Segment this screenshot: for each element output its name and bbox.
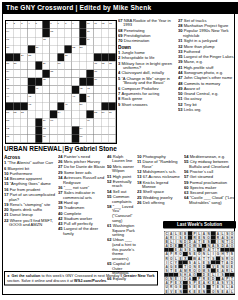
grid-cell (28, 135, 35, 143)
cell-number: 31 (94, 61, 97, 64)
cell-number: 11 (94, 21, 97, 24)
grid-cell: 55 (94, 110, 101, 118)
grid-cell: 23 (79, 45, 86, 53)
clue-across-19: 19 Reno’s “stomping” site (4, 202, 56, 207)
grid-cell: 33 (109, 62, 116, 70)
solution-grid-wrap: CALEBPLANALSOARISERENORASHBLINDDATESINTO… (164, 231, 235, 294)
grid-cell: 39 (94, 78, 101, 86)
cell-number: 45 (28, 94, 31, 97)
cell-number: 51 (6, 110, 9, 113)
grid-cell (101, 29, 108, 37)
clue-across-55: 55 Common complaints (107, 194, 136, 203)
grid-cell: 56 (101, 110, 108, 118)
grid-cell: 61 (87, 119, 94, 127)
page-title: The GNY Crossword | Edited by Mike Shenk (2, 2, 238, 14)
clue-across-46: 46 Ralph Lauren line (107, 154, 136, 163)
cell-number: 40 (6, 86, 9, 89)
black-cell (35, 135, 42, 143)
clue-across-22: 22 Where you’ll find MSFT, GOOG and AMZN (4, 218, 56, 227)
cell-number: 27 (6, 61, 9, 64)
grid-cell (28, 62, 35, 70)
grid-cell (109, 127, 116, 135)
clue-across-17: 17 Part of an uncomplicated plan? (4, 192, 56, 201)
cell-number: 10 (87, 21, 90, 24)
grid-cell (35, 110, 42, 118)
cell-number: 13 (109, 21, 112, 24)
grid-cell (57, 127, 64, 135)
cell-number: 57 (109, 110, 112, 113)
clue-down-48: 48 Commits to memory (178, 81, 236, 86)
grid-cell (50, 86, 57, 94)
grid-cell (109, 70, 116, 78)
clue-down-23: 23 Shelf space (137, 190, 182, 195)
clue-down-11: 11 Diane of “Rambling Rose” (137, 159, 182, 168)
grid-cell (109, 86, 116, 94)
cell-number: 64 (80, 126, 83, 129)
clue-across-39: 39 Tradesmen (58, 206, 105, 211)
cell-number: 28 (14, 61, 17, 64)
grid-cell (87, 127, 94, 135)
cell-number: 43 (87, 86, 90, 89)
clue-across-14: 14 Become apparent (4, 176, 56, 181)
clue-across-37: 37 Sales indicator in commercial arts (58, 190, 105, 199)
solution-header: Last Week's Solution (163, 221, 236, 229)
cell-number: 16 (87, 29, 90, 32)
grid-cell: 52 (13, 110, 20, 118)
clue-down-18: 18 Knicks legend Monroe (137, 180, 182, 189)
cell-number: 26 (65, 53, 68, 56)
cell-number: 58 (6, 118, 9, 121)
clue-across-15: 15 “Anything Goes” dame (4, 182, 56, 187)
grid-cell (13, 78, 20, 86)
grid-cell (72, 102, 79, 110)
grid-cell: 29 (43, 62, 50, 70)
cell-number: 21 (36, 45, 39, 48)
grid-cell (13, 127, 20, 135)
cell-number: 53 (21, 110, 24, 113)
grid-cell (65, 78, 72, 86)
black-cell (72, 135, 79, 143)
cell-number: 15 (50, 29, 53, 32)
cell-number: 36 (94, 70, 97, 73)
cell-number: 32 (102, 61, 105, 64)
cell-number: 60 (50, 118, 53, 121)
cell-number: 48 (28, 102, 31, 105)
grid-cell (28, 127, 35, 135)
cell-number: 3 (21, 21, 22, 24)
grid-cell (72, 29, 79, 37)
clue-down-39: 39 Mane, e.g. (178, 60, 236, 65)
cell-number: 42 (80, 86, 83, 89)
grid-cell (43, 86, 50, 94)
clue-down-53: 53 Links org. (178, 107, 236, 112)
grid-cell (50, 45, 57, 53)
clue-down-41: 41 High-profile stuff (178, 65, 236, 70)
clue-down-4: 4 Clairvoyant doll, initially (118, 71, 177, 76)
grid-cell (65, 70, 72, 78)
grid-cell: 20 (6, 45, 13, 53)
black-cell (79, 29, 86, 37)
grid-cell (28, 70, 35, 78)
grid-cell (50, 102, 57, 110)
clue-list-header: Down (118, 44, 177, 50)
grid-cell (87, 45, 94, 53)
clue-across-54: 54 Sell out (107, 189, 136, 194)
footer-text: . (106, 278, 107, 283)
grid-cell (57, 70, 64, 78)
grid-cell (101, 127, 108, 135)
clue-down-56: 56 Proctor’s call (184, 169, 236, 174)
grid-cell (35, 70, 42, 78)
grid-cell (13, 86, 20, 94)
grid-cell (28, 119, 35, 127)
grid-cell (109, 78, 116, 86)
grid-cell (21, 127, 28, 135)
clue-across-21: 21 Donut lineup (4, 213, 56, 218)
grid-cell (35, 54, 42, 62)
clue-across-26: 26 Mets pitcher Harvey (58, 159, 105, 164)
black-cell (35, 62, 42, 70)
grid-cell (65, 86, 72, 94)
cell-number: 20 (6, 45, 9, 48)
cell-number: 62 (6, 126, 9, 129)
clue-down-32: 32 More than plump (178, 44, 236, 49)
clue-across-42: 42 Stadium worker (58, 216, 105, 221)
cell-number: 30 (58, 61, 61, 64)
grid-cell (109, 37, 116, 45)
grid-cell (21, 119, 28, 127)
cell-number: 46 (72, 94, 75, 97)
footer-wrap: ► Get the solution to this week’s GNY Cr… (4, 271, 158, 295)
solution-grid: CALEBPLANALSOARISERENORASHBLINDDATESINTO… (164, 231, 235, 294)
black-cell (79, 21, 86, 29)
clue-across-67: 67 NBA Rookie of the Year in 1993 (118, 18, 177, 27)
grid-cell (87, 54, 94, 62)
grid-cell: 7 (57, 21, 64, 29)
grid-cell (101, 45, 108, 53)
cell-number: 55 (94, 110, 97, 113)
clue-across-61: 61 Washington Square Park setting (107, 223, 136, 237)
grid-cell (109, 94, 116, 102)
clue-across-70: 70 Discrimination (118, 38, 177, 43)
grid-cell (94, 119, 101, 127)
grid-cell (50, 135, 57, 143)
clue-across-34: 34 Actresses Russell and Redgrave (58, 175, 105, 184)
grid-cell: 15 (50, 29, 57, 37)
footer-note: ► Get the solution to this week’s GNY Cr… (4, 271, 158, 285)
grid-cell: 26 (65, 54, 72, 62)
grid-cell (43, 45, 50, 53)
grid-cell (13, 119, 20, 127)
grid-cell (57, 135, 64, 143)
footer-text: Greater New York (123, 274, 155, 279)
grid-cell (65, 37, 72, 45)
cell-number: 49 (65, 102, 68, 105)
grid-cell: 21 (35, 45, 42, 53)
grid-cell: 9 (72, 21, 79, 29)
grid-cell (13, 135, 20, 143)
grid-cell: 35 (50, 70, 57, 78)
grid-cell: 42 (79, 86, 86, 94)
grid-cell (57, 45, 64, 53)
grid-cell (35, 102, 42, 110)
clue-down-35: 35 Largest of the Finger Lakes (178, 54, 236, 59)
clue-across-6: 6 Blueprint bit (4, 166, 56, 171)
clue-down-2: 2 Inhospitable to life (118, 56, 177, 61)
clue-down-30: 30 Popular 1990s New York nightclub (178, 29, 236, 38)
clue-list-header: Across (4, 154, 56, 160)
cell-number: 17 (6, 37, 9, 40)
puzzle-byline: By Gabriel Stone (64, 145, 116, 153)
grid-cell (57, 94, 64, 102)
grid-cell: 54 (57, 110, 64, 118)
clue-across-45: 45 Largest of the deer family (58, 227, 105, 236)
cell-number: 56 (102, 110, 105, 113)
grid-cell: 19 (87, 37, 94, 45)
grid-cell: 48 (28, 102, 35, 110)
clue-across-27: 27 Do for Dante de Blasio (58, 165, 105, 170)
crossword-grid: 1234567891011121314151617181920212223242… (5, 20, 117, 144)
grid-cell (43, 94, 50, 102)
clue-down-59: 59 Formal proclamation (184, 180, 236, 185)
grid-cell (65, 127, 72, 135)
grid-cell: 57 (109, 110, 116, 118)
grid-cell: 22 (72, 45, 79, 53)
grid-cell (21, 86, 28, 94)
clue-down-12: 12 Midshipmen’s sch. (137, 169, 182, 174)
grid-cell (94, 37, 101, 45)
grid-cell (13, 70, 20, 78)
cell-number: 5 (36, 21, 37, 24)
cell-number: 37 (6, 78, 9, 81)
clue-down-47: 47 John Clayton’s other name (178, 75, 236, 80)
grid-cell: 60 (50, 119, 57, 127)
solution-letter-cell: L (230, 289, 235, 293)
solution-header-wrap: Last Week's Solution (163, 221, 236, 229)
grid-cell (109, 135, 116, 143)
grid-cell: 2 (13, 21, 20, 29)
grid-cell (101, 70, 108, 78)
grid-cell (50, 54, 57, 62)
grid-cell (65, 110, 72, 118)
clue-down-7: 7 Arguments for acting (118, 91, 177, 96)
grid-cell (13, 94, 20, 102)
clue-across-58: 58 “___ Loved You” (“Carousel” song) (107, 204, 136, 222)
grid-cell: 32 (101, 62, 108, 70)
clue-down-25: 25 Wedding jewelry (137, 195, 182, 200)
cell-number: 9 (72, 21, 73, 24)
grid-cell (28, 110, 35, 118)
cell-number: 24 (21, 53, 24, 56)
grid-cell: 65 (6, 135, 13, 143)
grid-cell (94, 127, 101, 135)
cell-number: 38 (43, 78, 46, 81)
footer-text: section. Solve it online and discuss it … (7, 278, 74, 283)
cell-number: 39 (94, 78, 97, 81)
grid-cell (13, 29, 20, 37)
cell-number: 29 (43, 61, 46, 64)
grid-cell (87, 135, 94, 143)
clue-down-3: 3 Military force in bright green uniform… (118, 61, 177, 70)
cell-number: 47 (87, 94, 90, 97)
grid-cell (28, 37, 35, 45)
grid-cell (101, 78, 108, 86)
clue-down-28: 28 Manhattan Project figure (178, 23, 236, 28)
grid-cell (72, 70, 79, 78)
cell-number: 22 (72, 45, 75, 48)
grid-cell: 30 (57, 62, 64, 70)
clue-down-27: 27 Set of tracks (178, 18, 236, 23)
grid-cell: 4 (28, 21, 35, 29)
cell-number: 18 (43, 37, 46, 40)
grid-cell (101, 119, 108, 127)
grid-cell (79, 62, 86, 70)
clue-down-60: 60 Spectra maker (184, 185, 236, 190)
black-cell (72, 127, 79, 135)
grid-cell: 28 (13, 62, 20, 70)
cell-number: 1 (6, 21, 7, 24)
grid-cell: 13 (109, 21, 116, 29)
cell-number: 12 (102, 21, 105, 24)
grid-cell (57, 37, 64, 45)
clue-across-24: 24 Painter’s need (58, 154, 105, 159)
cell-number: 67 (80, 135, 83, 138)
grid-cell (79, 54, 86, 62)
grid-cell (101, 94, 108, 102)
grid-cell: 12 (101, 21, 108, 29)
cell-number: 52 (14, 110, 17, 113)
black-cell (35, 119, 42, 127)
grid-cell (50, 94, 57, 102)
grid-cell (21, 62, 28, 70)
cell-number: 2 (14, 21, 15, 24)
clue-down-8: 8 Rock genre (118, 96, 177, 101)
grid-cell (72, 62, 79, 70)
cell-number: 66 (43, 135, 46, 138)
grid-cell (35, 94, 42, 102)
grid-cell: 50 (79, 102, 86, 110)
grid-cell (43, 102, 50, 110)
cell-number: 25 (28, 53, 31, 56)
clue-across-20: 20 Sports drink suffix (4, 207, 56, 212)
grid-cell: 49 (65, 102, 72, 110)
cell-number: 35 (50, 70, 53, 73)
grid-cell (109, 119, 116, 127)
grid-cell: 47 (87, 94, 94, 102)
clue-down-33: 33 Fathered (178, 49, 236, 54)
cell-number: 65 (6, 135, 9, 138)
grid-cell (101, 135, 108, 143)
cell-number: 61 (87, 118, 90, 121)
clue-across-36: 36 “___ not sure” (58, 185, 105, 190)
clue-down-52: 52 Tiny bit (178, 102, 236, 107)
clue-down-54: 54 Mediterranean, e.g. (184, 154, 236, 159)
grid-cell (21, 29, 28, 37)
clue-across-10: 10 Furthermore (4, 171, 56, 176)
cell-number: 54 (58, 110, 61, 113)
grid-cell: 38 (43, 78, 50, 86)
clue-down-13: 13 67-Across nickname (137, 174, 182, 179)
clue-down-63: 63 Second person (184, 190, 236, 195)
black-cell (28, 78, 35, 86)
grid-cell (65, 62, 72, 70)
clue-across-16: 16 Far from prudent (4, 187, 56, 192)
grid-cell (57, 78, 64, 86)
grid-cell (21, 37, 28, 45)
clue-across-50: 50 Mets owner Wilpon (107, 164, 136, 173)
grid-cell (72, 110, 79, 118)
grid-cell (87, 102, 94, 110)
clue-down-64: 64 “Castle ___ Cloud” (“Les Misérables” … (184, 196, 236, 205)
cell-number: 33 (109, 61, 112, 64)
clue-down-55: 55 City midway between Buffalo and Cleve… (184, 159, 236, 168)
grid-cell: 25 (28, 54, 35, 62)
grid-cell (79, 110, 86, 118)
grid-cell (21, 70, 28, 78)
clue-across-68: 68 Penetrating (118, 28, 177, 33)
cell-number: 6 (50, 21, 51, 24)
cell-number: 34 (6, 70, 9, 73)
grid-cell (109, 29, 116, 37)
grid-cell (94, 86, 101, 94)
grid-cell: 67 (79, 135, 86, 143)
clue-down-1: 1 Jungle home (118, 50, 177, 55)
clue-down-6: 6 Composer Prokofiev (118, 86, 177, 91)
grid-cell (28, 29, 35, 37)
grid-cell (57, 86, 64, 94)
cell-number: 41 (36, 86, 39, 89)
grid-cell: 5 (35, 21, 42, 29)
grid-cell: 8 (65, 21, 72, 29)
grid-cell (50, 37, 57, 45)
grid-cell (21, 94, 28, 102)
clue-down-51: 51 Go astray (178, 97, 236, 102)
clue-across-51: 51 High point (107, 174, 136, 179)
grid-cell: 66 (43, 135, 50, 143)
grid-cell (72, 54, 79, 62)
clue-across-1: 1 “The Alienist” author Carr (4, 161, 56, 166)
clue-across-52: 52 Eventually reach (107, 179, 136, 188)
grid-cell: 3 (21, 21, 28, 29)
grid-cell (94, 45, 101, 53)
cell-number: 44 (6, 94, 9, 97)
grid-cell: 44 (6, 94, 13, 102)
grid-cell (57, 29, 64, 37)
clue-down-26: 26 Deli offering (137, 200, 182, 205)
cell-number: 8 (65, 21, 66, 24)
grid-cell (79, 70, 86, 78)
page: The GNY Crossword | Edited by Mike Shenk… (2, 2, 235, 295)
grid-cell: 11 (94, 21, 101, 29)
cell-number: 23 (80, 45, 83, 48)
grid-cell (87, 62, 94, 70)
cell-number: 50 (80, 102, 83, 105)
grid-cell (72, 78, 79, 86)
grid-cell (94, 135, 101, 143)
crossword-grid-wrap: 1234567891011121314151617181920212223242… (5, 20, 117, 144)
black-cell (35, 127, 42, 135)
grid-cell (101, 86, 108, 94)
clue-across-29: 29 Some beer ads (58, 170, 105, 175)
grid-cell: 53 (21, 110, 28, 118)
grid-cell (109, 45, 116, 53)
grid-cell (72, 119, 79, 127)
clue-across-43: 43 Pull off perfectly (58, 221, 105, 226)
grid-cell (50, 127, 57, 135)
grid-cell (65, 119, 72, 127)
cell-number: 63 (43, 126, 46, 129)
grid-cell (101, 37, 108, 45)
